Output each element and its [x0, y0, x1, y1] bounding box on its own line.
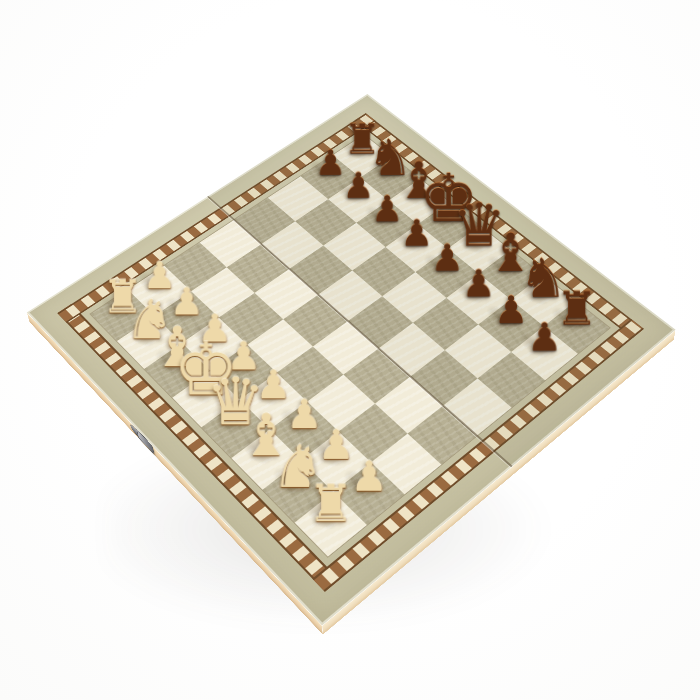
- square-e4[interactable]: [313, 321, 379, 375]
- product-photo-scene: ♜♞♝♚♛♝♞♜♟♟♟♟♟♟♟♟♜♞♝♚♛♝♞♜♟♟♟♟♟♟♟♟: [0, 0, 700, 700]
- chess-board: ♜♞♝♚♛♝♞♜♟♟♟♟♟♟♟♟♜♞♝♚♛♝♞♜♟♟♟♟♟♟♟♟: [27, 94, 676, 625]
- board-tilt: ♜♞♝♚♛♝♞♜♟♟♟♟♟♟♟♟♜♞♝♚♛♝♞♜♟♟♟♟♟♟♟♟: [77, 150, 588, 535]
- board-assembly: ♜♞♝♚♛♝♞♜♟♟♟♟♟♟♟♟♜♞♝♚♛♝♞♜♟♟♟♟♟♟♟♟: [103, 76, 594, 567]
- pawn-glyph: ♟: [494, 291, 528, 329]
- rook-glyph: ♜: [308, 478, 354, 529]
- rook-glyph: ♜: [556, 285, 598, 331]
- pawn-glyph: ♟: [350, 456, 387, 498]
- perspective-wrapper: ♜♞♝♚♛♝♞♜♟♟♟♟♟♟♟♟♜♞♝♚♛♝♞♜♟♟♟♟♟♟♟♟: [0, 0, 700, 700]
- pawn-glyph: ♟: [527, 318, 562, 357]
